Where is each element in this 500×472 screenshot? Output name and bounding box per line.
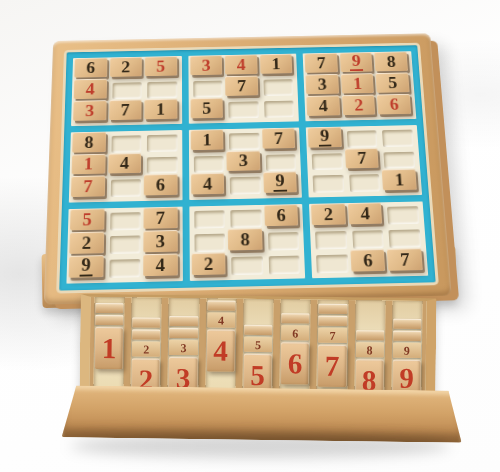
cell-r1c8: 9: [342, 55, 374, 73]
cell-r1c2: 2: [111, 60, 143, 78]
drawer-number-tile-1[interactable]: 1: [95, 327, 124, 369]
tile-digit: 4: [203, 175, 212, 192]
cell-r5c2: 4: [110, 156, 142, 175]
stacked-tile-edge: [356, 330, 384, 340]
cell-recess: [229, 132, 259, 149]
cell-r3c1: 3: [75, 103, 107, 122]
tile-hint: 4: [207, 312, 235, 327]
number-tile-3[interactable]: 3: [143, 230, 177, 252]
cell-r8c1: 2: [71, 235, 105, 255]
cell-r8c5: 8: [230, 232, 263, 252]
number-tile-4[interactable]: 4: [307, 95, 341, 116]
cell-recess: [194, 155, 225, 173]
cell-r1c7: 7: [307, 56, 339, 74]
number-tile-1[interactable]: 1: [341, 73, 375, 93]
cell-r4c1: 8: [74, 135, 106, 154]
cell-recess: [264, 100, 294, 117]
drawer-slots: 12233445566778899: [89, 297, 426, 398]
stacked-tile-edge: [393, 319, 421, 329]
cell-recess: [268, 232, 300, 250]
number-tile-5[interactable]: 5: [376, 72, 410, 92]
number-tile-1[interactable]: 1: [260, 54, 293, 74]
stacked-tile-edge: [132, 329, 160, 339]
stacked-tile-edge: [319, 316, 347, 326]
hint-digit: 3: [180, 342, 186, 354]
cell-r3c6: [263, 100, 295, 119]
sudoku-grid: 6254371341757983154268147617349971572394…: [59, 45, 435, 290]
number-tile-4[interactable]: 4: [191, 173, 225, 195]
tile-digit: 4: [86, 80, 95, 97]
tile-digit: 7: [357, 150, 367, 167]
hint-digit: 9: [404, 344, 410, 356]
tile-stack-9[interactable]: 99: [392, 319, 421, 402]
cell-recess: [352, 230, 384, 248]
cell-r2c3: [146, 81, 178, 100]
number-tile-9[interactable]: 9: [308, 126, 342, 147]
number-tile-7[interactable]: 7: [345, 148, 379, 169]
number-tile-5[interactable]: 5: [190, 98, 223, 119]
stacked-tile-edge: [393, 331, 421, 341]
cell-r7c2: [109, 211, 142, 231]
tile-digit: 4: [237, 56, 246, 72]
cell-r6c8: [348, 174, 382, 194]
cell-r5c5: 3: [229, 154, 262, 173]
cell-r8c6: [267, 231, 301, 251]
cell-r9c9: 7: [389, 252, 424, 273]
tile-digit: 7: [317, 55, 327, 71]
number-tile-4[interactable]: 4: [143, 254, 177, 277]
cell-r1c6: 1: [262, 57, 294, 75]
cell-r4c2: [110, 134, 142, 153]
tile-digit: 4: [120, 155, 129, 172]
number-tile-2[interactable]: 2: [311, 203, 346, 225]
cell-r2c4: [192, 80, 224, 99]
tile-digit: 2: [323, 205, 333, 223]
number-tile-9[interactable]: 9: [340, 52, 373, 72]
cell-r9c4: 2: [193, 256, 226, 277]
cell-r2c8: 1: [343, 76, 375, 95]
cell-recess: [382, 129, 413, 146]
tile-hint: 3: [169, 340, 197, 355]
number-tile-7[interactable]: 7: [225, 75, 258, 95]
drawer-slot-3: 33: [168, 298, 199, 401]
tile-digit: 7: [83, 178, 93, 196]
cell-r5c6: [264, 153, 297, 172]
cell-r7c4: [193, 210, 226, 230]
cell-recess: [316, 255, 348, 274]
number-tile-1[interactable]: 1: [190, 129, 223, 150]
cell-r4c9: [381, 128, 414, 147]
tile-stack-6[interactable]: 66: [281, 313, 310, 384]
tile-digit: 3: [156, 232, 165, 250]
cell-recess: [315, 231, 347, 249]
tile-digit: 1: [202, 131, 211, 148]
cell-recess: [313, 175, 344, 193]
tile-digit: 2: [354, 96, 364, 113]
number-tile-9[interactable]: 9: [263, 172, 297, 194]
tile-digit: 6: [363, 251, 373, 269]
tile-hint: 7: [318, 328, 346, 343]
cell-r6c5: [229, 176, 262, 196]
tile-digit: 1: [271, 56, 280, 72]
sudoku-box-9: 2467: [309, 202, 428, 278]
tile-digit: 6: [276, 206, 286, 224]
cell-recess: [193, 80, 223, 97]
cell-r4c7: 9: [310, 130, 343, 149]
stacked-tile-edge: [95, 315, 123, 325]
cell-r9c3: 4: [145, 257, 178, 278]
cell-r6c6: 9: [265, 175, 298, 195]
stacked-tile-edge: [132, 317, 160, 327]
number-tile-2[interactable]: 2: [69, 232, 104, 254]
cell-recess: [228, 101, 258, 118]
tile-digit: 3: [317, 76, 327, 92]
drawer-slot-5: 55: [242, 299, 273, 402]
sudoku-box-4: 81476: [69, 130, 182, 203]
number-tile-5[interactable]: 5: [145, 56, 177, 76]
tile-stack-5[interactable]: 55: [243, 325, 272, 396]
cell-r2c7: 3: [308, 77, 340, 96]
cell-r8c2: [108, 235, 141, 255]
cell-r9c6: [267, 255, 301, 276]
sudoku-box-1: 6254371: [71, 56, 182, 126]
tile-digit: 6: [86, 59, 95, 75]
number-tile-2[interactable]: 2: [342, 94, 376, 115]
drawer-slot-4: 44: [205, 298, 236, 401]
cell-r3c5: [228, 100, 260, 119]
number-tile-3[interactable]: 3: [306, 74, 339, 94]
number-tile-5[interactable]: 5: [70, 209, 104, 231]
cell-r9c8: 6: [352, 253, 386, 274]
cell-r7c6: 6: [266, 208, 299, 228]
cell-r7c9: [386, 206, 420, 226]
drawer-slot-7: 77: [317, 300, 348, 403]
cell-r5c1: 1: [73, 157, 106, 176]
stacked-tile-edge: [281, 313, 309, 323]
cell-r2c2: [111, 81, 143, 100]
sudoku-box-3: 798315426: [303, 51, 416, 121]
drawer-number-tile-6[interactable]: 6: [281, 342, 310, 384]
stacked-tile-edge: [244, 325, 272, 335]
sudoku-board-frame: 6254371341757983154268147617349971572394…: [44, 33, 452, 304]
cell-recess: [387, 206, 419, 224]
drawer-slot-8: 88: [354, 300, 385, 403]
stacked-tile-edge: [207, 300, 235, 310]
cell-r3c7: 4: [309, 99, 342, 118]
cell-r5c9: [383, 150, 416, 169]
drawer-slot-2: 22: [131, 297, 162, 400]
drawer-number-tile-4[interactable]: 4: [206, 329, 235, 371]
cell-r2c9: 5: [378, 76, 411, 95]
tile-digit: 8: [386, 53, 396, 69]
cell-r2c5: 7: [227, 79, 259, 98]
tile-digit: 9: [349, 53, 363, 71]
cell-r6c1: 7: [73, 179, 106, 199]
sudoku-box-5: 17349: [189, 127, 303, 200]
drawer-tile-digit: 4: [213, 336, 228, 365]
number-tile-6[interactable]: 6: [377, 94, 411, 115]
hint-digit: 6: [292, 327, 298, 339]
number-tile-6[interactable]: 6: [350, 249, 385, 272]
tile-digit: 8: [84, 133, 93, 150]
hint-digit: 2: [143, 343, 149, 355]
number-tile-7[interactable]: 7: [305, 53, 338, 73]
cell-r5c7: [311, 152, 344, 171]
cell-r7c3: 7: [146, 211, 179, 231]
tile-digit: 3: [239, 152, 249, 169]
cell-recess: [194, 234, 225, 252]
cell-recess: [110, 212, 141, 230]
hint-digit: 4: [218, 314, 224, 326]
drawer-tile-digit: 6: [288, 349, 303, 378]
number-tile-4[interactable]: 4: [74, 79, 107, 99]
cell-r1c3: 5: [146, 59, 177, 77]
cell-recess: [312, 153, 343, 171]
cell-r1c1: 6: [76, 61, 108, 79]
number-tile-6[interactable]: 6: [74, 57, 107, 77]
tile-digit: 3: [202, 57, 211, 73]
number-tile-2[interactable]: 2: [191, 253, 225, 276]
cell-recess: [349, 174, 380, 192]
number-tile-4[interactable]: 4: [108, 153, 141, 174]
cell-r4c6: 7: [264, 131, 297, 150]
number-tile-8[interactable]: 8: [228, 228, 262, 250]
drawer-number-tile-7[interactable]: 7: [318, 345, 347, 387]
cell-r6c3: 6: [146, 178, 179, 198]
number-tile-8[interactable]: 8: [72, 131, 105, 152]
cell-recess: [109, 259, 141, 278]
number-tile-1[interactable]: 1: [144, 98, 177, 119]
tile-digit: 6: [389, 96, 399, 113]
number-tile-4[interactable]: 4: [348, 203, 383, 225]
cell-r1c9: 8: [377, 55, 409, 73]
number-tile-6[interactable]: 6: [144, 174, 178, 196]
cell-r3c9: 6: [379, 97, 412, 116]
number-tile-7[interactable]: 7: [144, 207, 178, 229]
number-tile-4[interactable]: 4: [225, 54, 258, 74]
cell-r8c8: [351, 229, 385, 249]
tile-digit: 2: [121, 59, 130, 75]
number-tile-7[interactable]: 7: [71, 176, 105, 198]
stacked-tile-edge: [170, 328, 198, 338]
cell-recess: [263, 79, 293, 96]
cell-r8c9: [388, 229, 422, 249]
tile-stack-7[interactable]: 77: [318, 304, 347, 387]
cell-r6c2: [109, 179, 142, 199]
tile-digit: 2: [82, 234, 92, 252]
cell-recess: [231, 210, 262, 228]
cell-r4c8: [346, 129, 379, 148]
drawer-slot-6: 66: [279, 299, 310, 402]
cell-r9c1: 9: [71, 259, 105, 280]
stacked-tile-edge: [170, 316, 198, 326]
cell-recess: [231, 256, 263, 275]
cell-recess: [147, 156, 177, 174]
number-tile-7[interactable]: 7: [262, 127, 296, 148]
stacked-tile-edge: [319, 304, 347, 314]
drop-shadow: [70, 434, 450, 458]
cell-r4c3: [146, 133, 178, 152]
tile-hint: 8: [355, 342, 383, 357]
cell-r3c3: 1: [146, 102, 178, 121]
cell-r3c8: 2: [344, 98, 377, 117]
cell-recess: [265, 154, 296, 172]
cell-recess: [347, 130, 378, 147]
cell-recess: [384, 151, 415, 169]
cell-r8c3: 3: [145, 234, 178, 254]
tile-stack-1[interactable]: 1: [95, 303, 124, 369]
sudoku-box-7: 572394: [66, 207, 182, 284]
cell-r9c7: [315, 254, 349, 275]
number-tile-2[interactable]: 2: [109, 57, 141, 77]
cell-r1c5: 4: [227, 58, 259, 76]
number-tile-3[interactable]: 3: [190, 55, 222, 75]
tile-digit: 9: [79, 256, 93, 276]
cell-r5c4: [193, 154, 225, 173]
tile-hint: 2: [132, 341, 160, 356]
tile-digit: 7: [156, 209, 165, 227]
stacked-tile-edge: [95, 303, 123, 313]
drawer-tile-digit: 5: [250, 360, 265, 389]
cell-r3c4: 5: [192, 101, 224, 120]
sudoku-box-6: 971: [306, 125, 422, 198]
tile-digit: 1: [353, 75, 363, 91]
tile-digit: 1: [84, 155, 94, 172]
drawer-tile-digit: 7: [325, 351, 340, 380]
number-tile-7[interactable]: 7: [387, 248, 423, 271]
number-tile-1[interactable]: 1: [72, 153, 106, 174]
number-tile-3[interactable]: 3: [227, 150, 261, 171]
drawer-slot-1: 1: [93, 297, 124, 400]
tile-digit: 3: [85, 102, 94, 119]
cell-r9c2: [108, 258, 142, 279]
tile-digit: 4: [318, 97, 328, 114]
sudoku-box-2: 34175: [188, 54, 299, 124]
cell-recess: [147, 134, 177, 151]
number-tile-7[interactable]: 7: [109, 99, 142, 120]
tile-digit: 5: [388, 74, 398, 90]
number-tile-8[interactable]: 8: [374, 51, 407, 71]
cell-r6c4: 4: [193, 177, 226, 197]
cell-r3c2: 7: [111, 103, 143, 122]
cell-r7c5: [230, 209, 263, 229]
tile-digit: 5: [156, 58, 165, 74]
tile-digit: 5: [82, 211, 92, 229]
cell-recess: [194, 211, 225, 229]
number-tile-1[interactable]: 1: [382, 169, 417, 190]
hint-digit: 5: [255, 338, 261, 350]
tile-digit: 1: [156, 100, 165, 117]
drawer-slot-9: 99: [391, 301, 422, 404]
tile-hint: 5: [244, 337, 272, 352]
cell-r7c8: 4: [350, 206, 384, 226]
cell-r8c7: [314, 230, 348, 250]
number-tile-6[interactable]: 6: [264, 204, 298, 226]
cell-recess: [110, 180, 141, 198]
cell-recess: [109, 236, 140, 254]
tile-digit: 8: [240, 230, 250, 248]
cell-r2c6: [262, 78, 294, 97]
cell-r1c4: 3: [192, 58, 224, 76]
tile-digit: 7: [237, 77, 246, 93]
cell-r4c4: 1: [192, 132, 224, 151]
tile-digit: 4: [156, 256, 165, 274]
tile-digit: 7: [274, 129, 284, 146]
cell-r8c4: [193, 233, 226, 253]
cell-r7c1: 5: [72, 212, 105, 232]
product-photo-scene: 6254371341757983154268147617349971572394…: [0, 0, 500, 472]
cell-r5c8: 7: [347, 151, 380, 170]
cell-r2c1: 4: [76, 82, 108, 101]
tile-digit: 1: [394, 171, 404, 188]
tile-digit: 6: [156, 176, 165, 193]
number-tile-9[interactable]: 9: [69, 255, 104, 278]
cell-r4c5: [228, 132, 260, 151]
cell-r9c5: [230, 255, 264, 276]
cell-recess: [389, 230, 421, 248]
tile-digit: 4: [360, 205, 370, 223]
hint-digit: 8: [367, 344, 373, 356]
tile-digit: 7: [121, 101, 130, 118]
drawer-tile-digit: 1: [102, 334, 117, 363]
cell-r6c7: [312, 174, 345, 194]
tile-digit: 9: [318, 127, 332, 146]
sudoku-box-8: 682: [189, 204, 305, 281]
tile-drawer-tray[interactable]: 12233445566778899: [79, 294, 436, 398]
cell-recess: [268, 256, 300, 275]
tile-digit: 9: [273, 173, 287, 192]
cell-r5c3: [146, 155, 178, 174]
sudoku-board: 6254371341757983154268147617349971572394…: [44, 33, 452, 304]
cell-recess: [112, 82, 142, 99]
cell-r6c9: 1: [384, 173, 418, 193]
tile-digit: 5: [202, 99, 211, 116]
cell-recess: [147, 81, 177, 98]
tile-digit: 7: [400, 250, 411, 268]
cell-r7c7: 2: [313, 207, 347, 227]
hint-digit: 7: [329, 329, 335, 341]
tile-digit: 2: [204, 255, 214, 273]
cell-recess: [230, 177, 261, 195]
tile-hint: 6: [281, 325, 309, 340]
number-tile-3[interactable]: 3: [73, 100, 106, 121]
tile-stack-4[interactable]: 44: [206, 300, 235, 371]
cell-recess: [111, 135, 141, 152]
tile-hint: 9: [393, 343, 421, 358]
